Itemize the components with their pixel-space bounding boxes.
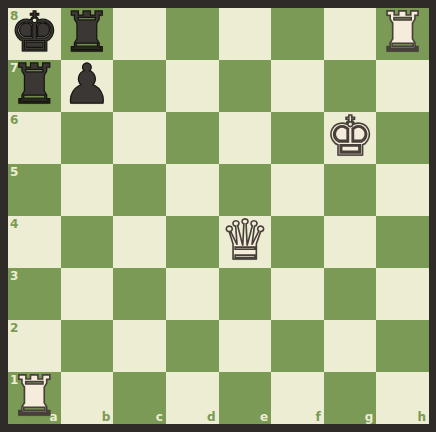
square-b2[interactable] <box>61 320 114 372</box>
black-rook-piece[interactable]: ♜ <box>10 60 59 110</box>
square-e3[interactable] <box>219 268 272 320</box>
file-label-d: d <box>207 411 216 423</box>
square-f3[interactable] <box>271 268 324 320</box>
file-label-g: g <box>365 411 374 423</box>
square-c3[interactable] <box>113 268 166 320</box>
square-d4[interactable] <box>166 216 219 268</box>
chess-board: 8♚♜♜7♜♟6♚54♛321a♜bcdefgh <box>8 8 429 424</box>
square-a4[interactable]: 4 <box>8 216 61 268</box>
square-h5[interactable] <box>376 164 429 216</box>
square-g5[interactable] <box>324 164 377 216</box>
black-king-piece[interactable]: ♚ <box>10 8 59 58</box>
square-a1[interactable]: 1a♜ <box>8 372 61 424</box>
square-b4[interactable] <box>61 216 114 268</box>
square-h6[interactable] <box>376 112 429 164</box>
file-label-b: b <box>102 411 111 423</box>
square-h1[interactable]: h <box>376 372 429 424</box>
black-pawn-piece[interactable]: ♟ <box>62 60 111 110</box>
square-h2[interactable] <box>376 320 429 372</box>
square-b8[interactable]: ♜ <box>61 8 114 60</box>
square-f5[interactable] <box>271 164 324 216</box>
square-b6[interactable] <box>61 112 114 164</box>
square-a7[interactable]: 7♜ <box>8 60 61 112</box>
square-f4[interactable] <box>271 216 324 268</box>
square-c6[interactable] <box>113 112 166 164</box>
square-c2[interactable] <box>113 320 166 372</box>
square-e4[interactable]: ♛ <box>219 216 272 268</box>
square-e8[interactable] <box>219 8 272 60</box>
square-d8[interactable] <box>166 8 219 60</box>
square-f2[interactable] <box>271 320 324 372</box>
square-d6[interactable] <box>166 112 219 164</box>
square-c4[interactable] <box>113 216 166 268</box>
square-b3[interactable] <box>61 268 114 320</box>
square-g2[interactable] <box>324 320 377 372</box>
square-a2[interactable]: 2 <box>8 320 61 372</box>
square-h4[interactable] <box>376 216 429 268</box>
square-e2[interactable] <box>219 320 272 372</box>
file-label-c: c <box>156 411 163 423</box>
square-b7[interactable]: ♟ <box>61 60 114 112</box>
square-d7[interactable] <box>166 60 219 112</box>
square-d1[interactable]: d <box>166 372 219 424</box>
rank-label-2: 2 <box>10 322 18 334</box>
square-d3[interactable] <box>166 268 219 320</box>
square-d2[interactable] <box>166 320 219 372</box>
rank-label-3: 3 <box>10 270 18 282</box>
square-c1[interactable]: c <box>113 372 166 424</box>
square-c8[interactable] <box>113 8 166 60</box>
rank-label-4: 4 <box>10 218 18 230</box>
square-d5[interactable] <box>166 164 219 216</box>
square-f8[interactable] <box>271 8 324 60</box>
black-rook-piece[interactable]: ♜ <box>62 8 111 58</box>
square-g4[interactable] <box>324 216 377 268</box>
square-g6[interactable]: ♚ <box>324 112 377 164</box>
white-rook-piece[interactable]: ♜ <box>378 8 427 58</box>
file-label-h: h <box>417 411 426 423</box>
rank-label-5: 5 <box>10 166 18 178</box>
square-f7[interactable] <box>271 60 324 112</box>
square-e6[interactable] <box>219 112 272 164</box>
square-h8[interactable]: ♜ <box>376 8 429 60</box>
file-label-e: e <box>260 411 268 423</box>
square-g7[interactable] <box>324 60 377 112</box>
white-rook-piece[interactable]: ♜ <box>10 372 59 422</box>
square-a8[interactable]: 8♚ <box>8 8 61 60</box>
square-f6[interactable] <box>271 112 324 164</box>
square-a5[interactable]: 5 <box>8 164 61 216</box>
square-b5[interactable] <box>61 164 114 216</box>
rank-label-6: 6 <box>10 114 18 126</box>
file-label-f: f <box>316 411 321 423</box>
square-e5[interactable] <box>219 164 272 216</box>
square-g8[interactable] <box>324 8 377 60</box>
square-f1[interactable]: f <box>271 372 324 424</box>
square-c7[interactable] <box>113 60 166 112</box>
square-a6[interactable]: 6 <box>8 112 61 164</box>
square-c5[interactable] <box>113 164 166 216</box>
square-b1[interactable]: b <box>61 372 114 424</box>
square-g3[interactable] <box>324 268 377 320</box>
square-h7[interactable] <box>376 60 429 112</box>
square-h3[interactable] <box>376 268 429 320</box>
square-a3[interactable]: 3 <box>8 268 61 320</box>
square-e7[interactable] <box>219 60 272 112</box>
square-g1[interactable]: g <box>324 372 377 424</box>
square-e1[interactable]: e <box>219 372 272 424</box>
white-queen-piece[interactable]: ♛ <box>220 216 269 266</box>
white-king-piece[interactable]: ♚ <box>325 112 374 162</box>
board-frame: 8♚♜♜7♜♟6♚54♛321a♜bcdefgh <box>0 0 436 432</box>
